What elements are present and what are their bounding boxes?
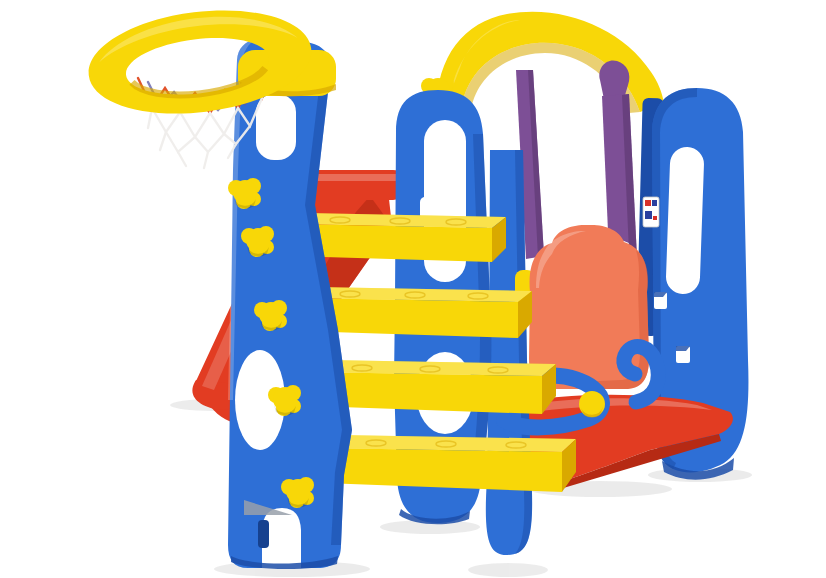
right-panel-slot-cutout <box>665 146 704 294</box>
ladder-step-4 <box>324 435 576 492</box>
brand-sticker <box>643 197 659 227</box>
left-panel-foot-slot <box>258 520 269 548</box>
product-photo-playground-set <box>0 0 826 578</box>
seat-frame-knob <box>579 391 605 417</box>
left-panel-top-slot-cutout <box>256 94 296 160</box>
